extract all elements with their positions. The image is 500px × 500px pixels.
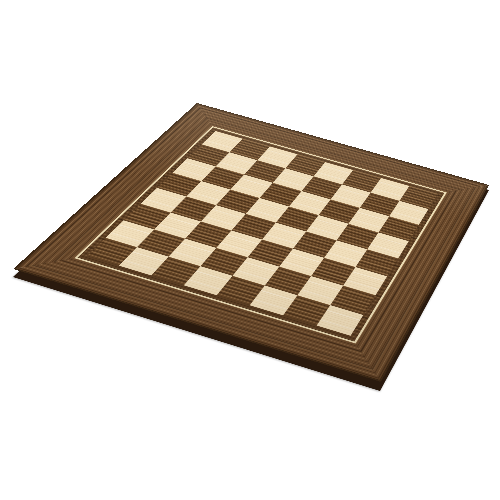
product-photo-stage <box>0 0 500 500</box>
chess-board <box>13 103 489 382</box>
